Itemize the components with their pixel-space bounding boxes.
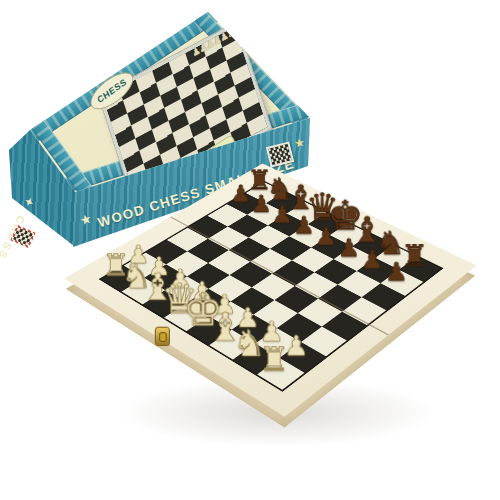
- black-pawn-h7[interactable]: ♟: [378, 257, 415, 286]
- chess-badge: CHESS: [86, 65, 138, 116]
- white-rook-h1[interactable]: ♜: [254, 340, 294, 378]
- star-icon: ✦: [0, 264, 3, 282]
- brass-clasp[interactable]: [155, 327, 170, 347]
- product-photo-stage: ♟♟♟♟♟♟ ♟♟♟♟♟ CHESS BOARD GAMES ★ WOOD CH…: [0, 0, 500, 500]
